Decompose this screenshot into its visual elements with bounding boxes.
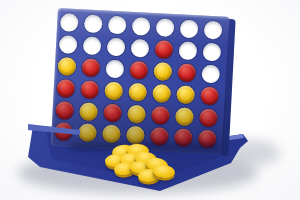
cell-col6-row3-red[interactable] [177, 63, 196, 82]
connect-four-photo [0, 0, 300, 200]
cell-col3-row1-empty[interactable] [108, 16, 127, 35]
cell-col7-row4-red[interactable] [200, 87, 219, 106]
cell-col6-row1-empty[interactable] [180, 19, 199, 38]
cell-col4-row3-red[interactable] [129, 61, 148, 80]
cell-col3-row2-empty[interactable] [107, 38, 126, 57]
cell-col1-row5-red[interactable] [55, 101, 74, 120]
cell-col2-row2-empty[interactable] [83, 36, 102, 55]
cell-col3-row5-red[interactable] [103, 104, 122, 123]
cell-col2-row6-yellow[interactable] [78, 123, 97, 142]
cell-col5-row5-red[interactable] [151, 106, 170, 125]
cell-col3-row4-yellow[interactable] [104, 82, 123, 101]
cell-col5-row1-empty[interactable] [156, 18, 175, 37]
cell-col6-row5-yellow[interactable] [175, 107, 194, 126]
cell-col1-row2-empty[interactable] [59, 35, 78, 54]
cell-col3-row6-yellow[interactable] [102, 125, 121, 144]
cell-col4-row2-empty[interactable] [131, 39, 150, 58]
cell-col7-row5-red[interactable] [199, 109, 218, 128]
cell-col3-row3-empty[interactable] [105, 60, 124, 79]
cell-col4-row6-yellow[interactable] [126, 126, 145, 145]
cell-col4-row4-yellow[interactable] [128, 83, 147, 102]
cell-col4-row5-yellow[interactable] [127, 105, 146, 124]
cell-col1-row3-yellow[interactable] [57, 57, 76, 76]
cell-col2-row3-red[interactable] [81, 58, 100, 77]
cell-col7-row2-empty[interactable] [202, 43, 221, 62]
cell-col7-row3-empty[interactable] [201, 65, 220, 84]
cell-col5-row4-yellow[interactable] [152, 84, 171, 103]
cell-col4-row1-empty[interactable] [132, 17, 151, 36]
cell-col2-row5-yellow[interactable] [79, 102, 98, 121]
cell-col6-row4-yellow[interactable] [176, 85, 195, 104]
cell-col1-row4-red[interactable] [56, 79, 75, 98]
cell-col2-row4-red[interactable] [80, 80, 99, 99]
cell-col2-row1-empty[interactable] [84, 14, 103, 33]
cell-col6-row2-empty[interactable] [178, 41, 197, 60]
cell-col5-row3-yellow[interactable] [153, 62, 172, 81]
cell-col7-row1-empty[interactable] [204, 21, 223, 40]
cell-col5-row2-red[interactable] [155, 40, 174, 59]
cell-col1-row1-empty[interactable] [60, 13, 79, 32]
